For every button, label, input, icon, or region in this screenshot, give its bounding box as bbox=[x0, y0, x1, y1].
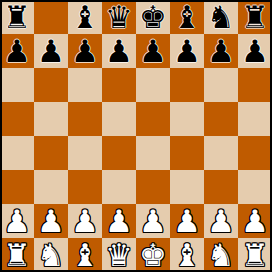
square-h1[interactable]: ♜ bbox=[238, 238, 272, 272]
square-h7[interactable]: ♟ bbox=[238, 34, 272, 68]
square-h6[interactable] bbox=[238, 68, 272, 102]
square-g2[interactable]: ♟ bbox=[204, 204, 238, 238]
square-f8[interactable]: ♝ bbox=[170, 0, 204, 34]
square-g1[interactable]: ♞ bbox=[204, 238, 238, 272]
piece-white-pawn[interactable]: ♟ bbox=[3, 204, 31, 238]
square-e5[interactable] bbox=[136, 102, 170, 136]
square-c5[interactable] bbox=[68, 102, 102, 136]
piece-white-bishop[interactable]: ♝ bbox=[173, 238, 201, 272]
piece-black-bishop[interactable]: ♝ bbox=[71, 0, 99, 34]
square-g3[interactable] bbox=[204, 170, 238, 204]
piece-black-knight[interactable]: ♞ bbox=[207, 0, 235, 34]
square-c8[interactable]: ♝ bbox=[68, 0, 102, 34]
square-c4[interactable] bbox=[68, 136, 102, 170]
square-d6[interactable] bbox=[102, 68, 136, 102]
piece-black-pawn[interactable]: ♟ bbox=[241, 34, 269, 68]
piece-white-king[interactable]: ♚ bbox=[139, 238, 167, 272]
square-e1[interactable]: ♚ bbox=[136, 238, 170, 272]
square-d2[interactable]: ♟ bbox=[102, 204, 136, 238]
square-f1[interactable]: ♝ bbox=[170, 238, 204, 272]
square-g6[interactable] bbox=[204, 68, 238, 102]
square-h5[interactable] bbox=[238, 102, 272, 136]
piece-white-queen[interactable]: ♛ bbox=[105, 238, 133, 272]
square-f3[interactable] bbox=[170, 170, 204, 204]
square-a1[interactable]: ♜ bbox=[0, 238, 34, 272]
square-g4[interactable] bbox=[204, 136, 238, 170]
square-h8[interactable]: ♜ bbox=[238, 0, 272, 34]
square-e7[interactable]: ♟ bbox=[136, 34, 170, 68]
square-g7[interactable]: ♟ bbox=[204, 34, 238, 68]
piece-black-pawn[interactable]: ♟ bbox=[207, 34, 235, 68]
square-f5[interactable] bbox=[170, 102, 204, 136]
piece-white-pawn[interactable]: ♟ bbox=[105, 204, 133, 238]
square-d5[interactable] bbox=[102, 102, 136, 136]
square-h4[interactable] bbox=[238, 136, 272, 170]
square-a7[interactable]: ♟ bbox=[0, 34, 34, 68]
square-c3[interactable] bbox=[68, 170, 102, 204]
piece-white-knight[interactable]: ♞ bbox=[207, 238, 235, 272]
square-b1[interactable]: ♞ bbox=[34, 238, 68, 272]
square-c7[interactable]: ♟ bbox=[68, 34, 102, 68]
square-a6[interactable] bbox=[0, 68, 34, 102]
piece-black-rook[interactable]: ♜ bbox=[3, 0, 31, 34]
piece-black-pawn[interactable]: ♟ bbox=[105, 34, 133, 68]
piece-black-pawn[interactable]: ♟ bbox=[37, 34, 65, 68]
piece-white-rook[interactable]: ♜ bbox=[241, 238, 269, 272]
piece-white-pawn[interactable]: ♟ bbox=[37, 204, 65, 238]
piece-white-pawn[interactable]: ♟ bbox=[241, 204, 269, 238]
piece-black-queen[interactable]: ♛ bbox=[105, 0, 133, 34]
piece-black-king[interactable]: ♚ bbox=[139, 0, 167, 34]
square-g8[interactable]: ♞ bbox=[204, 0, 238, 34]
square-e8[interactable]: ♚ bbox=[136, 0, 170, 34]
piece-white-pawn[interactable]: ♟ bbox=[139, 204, 167, 238]
square-e4[interactable] bbox=[136, 136, 170, 170]
square-c6[interactable] bbox=[68, 68, 102, 102]
piece-black-pawn[interactable]: ♟ bbox=[3, 34, 31, 68]
square-d3[interactable] bbox=[102, 170, 136, 204]
square-c1[interactable]: ♝ bbox=[68, 238, 102, 272]
square-f4[interactable] bbox=[170, 136, 204, 170]
square-b5[interactable] bbox=[34, 102, 68, 136]
piece-white-pawn[interactable]: ♟ bbox=[71, 204, 99, 238]
square-b3[interactable] bbox=[34, 170, 68, 204]
square-e2[interactable]: ♟ bbox=[136, 204, 170, 238]
square-f6[interactable] bbox=[170, 68, 204, 102]
square-d4[interactable] bbox=[102, 136, 136, 170]
square-h2[interactable]: ♟ bbox=[238, 204, 272, 238]
piece-white-bishop[interactable]: ♝ bbox=[71, 238, 99, 272]
chess-board: ♜♝♛♚♝♞♜♟♟♟♟♟♟♟♟♟♟♟♟♟♟♟♟♜♞♝♛♚♝♞♜ bbox=[0, 0, 272, 272]
square-a5[interactable] bbox=[0, 102, 34, 136]
square-a8[interactable]: ♜ bbox=[0, 0, 34, 34]
square-e3[interactable] bbox=[136, 170, 170, 204]
square-b8[interactable] bbox=[34, 0, 68, 34]
piece-black-pawn[interactable]: ♟ bbox=[139, 34, 167, 68]
square-e6[interactable] bbox=[136, 68, 170, 102]
square-d7[interactable]: ♟ bbox=[102, 34, 136, 68]
square-c2[interactable]: ♟ bbox=[68, 204, 102, 238]
piece-white-pawn[interactable]: ♟ bbox=[207, 204, 235, 238]
piece-black-pawn[interactable]: ♟ bbox=[173, 34, 201, 68]
square-d1[interactable]: ♛ bbox=[102, 238, 136, 272]
piece-black-rook[interactable]: ♜ bbox=[241, 0, 269, 34]
square-b4[interactable] bbox=[34, 136, 68, 170]
piece-white-knight[interactable]: ♞ bbox=[37, 238, 65, 272]
square-b6[interactable] bbox=[34, 68, 68, 102]
piece-white-rook[interactable]: ♜ bbox=[3, 238, 31, 272]
square-a4[interactable] bbox=[0, 136, 34, 170]
square-g5[interactable] bbox=[204, 102, 238, 136]
square-a2[interactable]: ♟ bbox=[0, 204, 34, 238]
square-f2[interactable]: ♟ bbox=[170, 204, 204, 238]
square-h3[interactable] bbox=[238, 170, 272, 204]
piece-black-bishop[interactable]: ♝ bbox=[173, 0, 201, 34]
piece-black-pawn[interactable]: ♟ bbox=[71, 34, 99, 68]
square-f7[interactable]: ♟ bbox=[170, 34, 204, 68]
piece-white-pawn[interactable]: ♟ bbox=[173, 204, 201, 238]
square-b2[interactable]: ♟ bbox=[34, 204, 68, 238]
square-b7[interactable]: ♟ bbox=[34, 34, 68, 68]
square-a3[interactable] bbox=[0, 170, 34, 204]
square-d8[interactable]: ♛ bbox=[102, 0, 136, 34]
